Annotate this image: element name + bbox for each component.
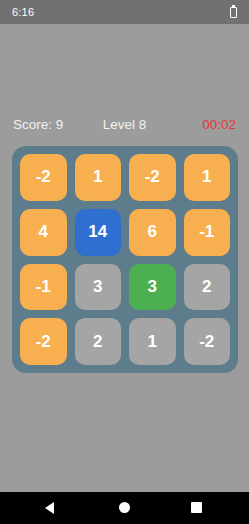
level-label: Level 8	[87, 117, 161, 132]
recents-icon[interactable]	[191, 502, 202, 513]
tile-r4c3[interactable]: 1	[129, 318, 176, 365]
android-nav-bar	[0, 492, 249, 524]
tile-r1c4[interactable]: 1	[184, 154, 231, 201]
tile-r4c1[interactable]: -2	[20, 318, 67, 365]
game-board: -21-214146-1-1332-221-2	[12, 146, 238, 373]
status-bar: 6:16	[0, 0, 249, 24]
tile-r1c1[interactable]: -2	[20, 154, 67, 201]
battery-icon	[230, 7, 237, 18]
tile-r3c2[interactable]: 3	[75, 264, 122, 311]
tile-r1c2[interactable]: 1	[75, 154, 122, 201]
tile-r2c3[interactable]: 6	[129, 209, 176, 256]
tile-r4c2[interactable]: 2	[75, 318, 122, 365]
tile-r2c2[interactable]: 14	[75, 209, 122, 256]
tile-r4c4[interactable]: -2	[184, 318, 231, 365]
home-icon[interactable]	[119, 502, 130, 513]
phone-screen: 6:16 Score: 9 Level 8 00:02 -21-214146-1…	[0, 0, 249, 524]
game-hud: Score: 9 Level 8 00:02	[13, 115, 236, 133]
tile-r1c3[interactable]: -2	[129, 154, 176, 201]
tile-r3c3[interactable]: 3	[129, 264, 176, 311]
tile-r2c1[interactable]: 4	[20, 209, 67, 256]
status-time: 6:16	[12, 6, 34, 18]
back-icon[interactable]	[45, 502, 54, 514]
timer: 00:02	[162, 117, 236, 132]
tile-r3c1[interactable]: -1	[20, 264, 67, 311]
score-label: Score: 9	[13, 117, 87, 132]
tile-r3c4[interactable]: 2	[184, 264, 231, 311]
tile-r2c4[interactable]: -1	[184, 209, 231, 256]
